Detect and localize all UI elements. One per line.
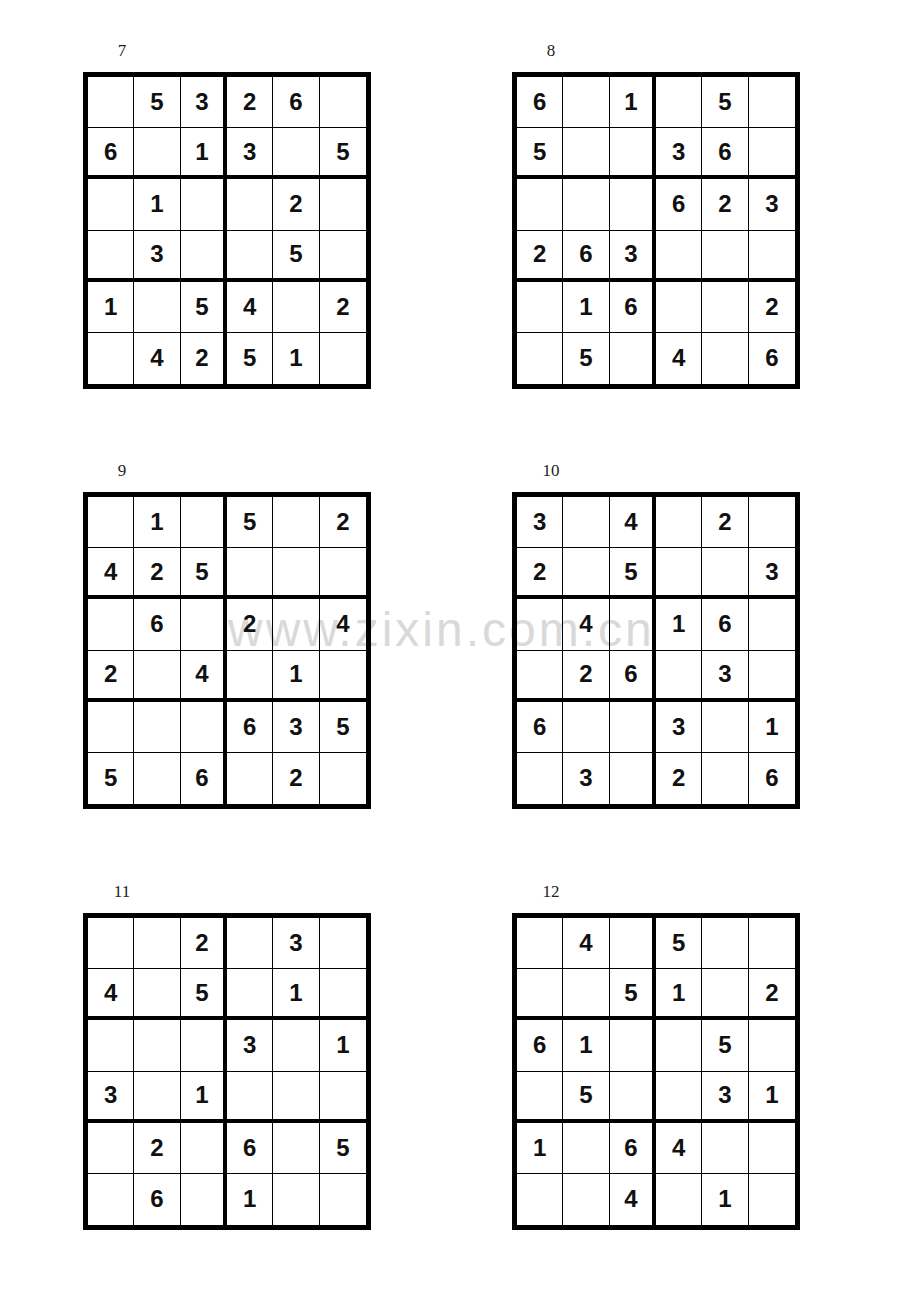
cell-r6c6: 6 bbox=[749, 753, 795, 804]
cell-r4c4[interactable] bbox=[227, 1072, 273, 1123]
cell-r3c6: 4 bbox=[320, 599, 366, 650]
cell-r2c6[interactable] bbox=[320, 969, 366, 1020]
cell-r6c6[interactable] bbox=[749, 1174, 795, 1225]
sudoku-board-11: 23451313126561 bbox=[83, 913, 371, 1230]
cell-r5c6: 5 bbox=[320, 1123, 366, 1174]
puzzle-label: 8 bbox=[531, 41, 571, 61]
cell-r6c2: 4 bbox=[134, 333, 180, 384]
cell-r6c1[interactable] bbox=[517, 333, 563, 384]
cell-r2c5[interactable] bbox=[273, 548, 319, 599]
cell-r5c4: 4 bbox=[656, 1123, 702, 1174]
cell-r1c4: 5 bbox=[656, 918, 702, 969]
cell-r4c2: 2 bbox=[563, 651, 609, 702]
cell-r1c5: 3 bbox=[273, 918, 319, 969]
cell-r3c5: 6 bbox=[702, 599, 748, 650]
cell-r3c1[interactable] bbox=[517, 599, 563, 650]
cell-r5c3: 6 bbox=[610, 1123, 656, 1174]
cell-r2c6: 3 bbox=[749, 548, 795, 599]
cell-r6c3[interactable] bbox=[610, 753, 656, 804]
cell-r3c4[interactable] bbox=[656, 1020, 702, 1071]
cell-r6c3: 2 bbox=[181, 333, 227, 384]
cell-r1c2[interactable] bbox=[134, 918, 180, 969]
cell-r5c6: 2 bbox=[320, 282, 366, 333]
cell-r3c1[interactable] bbox=[88, 179, 134, 230]
cell-r2c3: 5 bbox=[610, 969, 656, 1020]
cell-r5c1[interactable] bbox=[517, 282, 563, 333]
cell-r2c4[interactable] bbox=[227, 548, 273, 599]
cell-r4c3: 4 bbox=[181, 651, 227, 702]
cell-r1c1[interactable] bbox=[88, 918, 134, 969]
cell-r6c5[interactable] bbox=[273, 1174, 319, 1225]
cell-r2c2: 2 bbox=[134, 548, 180, 599]
cell-r3c5: 2 bbox=[273, 179, 319, 230]
cell-r4c1[interactable] bbox=[517, 1072, 563, 1123]
cell-r2c3[interactable] bbox=[610, 128, 656, 179]
cell-r3c3[interactable] bbox=[181, 599, 227, 650]
cell-r6c1[interactable] bbox=[88, 333, 134, 384]
sudoku-board-10: 342253416263631326 bbox=[512, 492, 800, 809]
cell-r4c6[interactable] bbox=[320, 231, 366, 282]
cell-r1c2: 5 bbox=[134, 77, 180, 128]
cell-r1c5: 5 bbox=[702, 77, 748, 128]
cell-r6c2: 6 bbox=[134, 1174, 180, 1225]
cell-r6c1[interactable] bbox=[517, 753, 563, 804]
cell-r6c5: 1 bbox=[273, 333, 319, 384]
cell-r1c4: 2 bbox=[227, 77, 273, 128]
cell-r3c6[interactable] bbox=[749, 1020, 795, 1071]
cell-r3c3[interactable] bbox=[181, 1020, 227, 1071]
cell-r4c3: 3 bbox=[610, 231, 656, 282]
cell-r5c4: 3 bbox=[656, 702, 702, 753]
cell-r2c3: 5 bbox=[181, 969, 227, 1020]
puzzle-8: 8 615536623263162546 bbox=[512, 72, 800, 389]
cell-r6c2[interactable] bbox=[563, 1174, 609, 1225]
puzzle-7: 7 53266135123515424251 bbox=[83, 72, 371, 389]
sudoku-board-9: 152425624241635562 bbox=[83, 492, 371, 809]
cell-r2c6[interactable] bbox=[320, 548, 366, 599]
cell-r3c1: 6 bbox=[517, 1020, 563, 1071]
cell-r2c1: 6 bbox=[88, 128, 134, 179]
cell-r1c4[interactable] bbox=[656, 77, 702, 128]
cell-r3c3[interactable] bbox=[610, 1020, 656, 1071]
cell-r5c5[interactable] bbox=[702, 282, 748, 333]
cell-r2c4: 3 bbox=[227, 128, 273, 179]
cell-r1c2[interactable] bbox=[563, 497, 609, 548]
cell-r1c5: 6 bbox=[273, 77, 319, 128]
cell-r6c6[interactable] bbox=[320, 333, 366, 384]
cell-r1c2[interactable] bbox=[563, 77, 609, 128]
cell-r2c5[interactable] bbox=[702, 969, 748, 1020]
cell-r5c6[interactable] bbox=[749, 1123, 795, 1174]
cell-r2c4: 1 bbox=[656, 969, 702, 1020]
cell-r6c5[interactable] bbox=[702, 333, 748, 384]
cell-r1c6[interactable] bbox=[320, 77, 366, 128]
cell-r3c2[interactable] bbox=[563, 179, 609, 230]
puzzle-label: 9 bbox=[102, 461, 142, 481]
cell-r1c3[interactable] bbox=[181, 497, 227, 548]
cell-r6c1: 5 bbox=[88, 753, 134, 804]
cell-r3c6: 1 bbox=[320, 1020, 366, 1071]
cell-r1c4[interactable] bbox=[227, 918, 273, 969]
cell-r4c1: 2 bbox=[88, 651, 134, 702]
cell-r2c2[interactable] bbox=[134, 969, 180, 1020]
cell-r4c3: 6 bbox=[610, 651, 656, 702]
cell-r5c2[interactable] bbox=[134, 282, 180, 333]
cell-r6c3: 6 bbox=[181, 753, 227, 804]
cell-r2c5: 6 bbox=[702, 128, 748, 179]
cell-r6c2[interactable] bbox=[134, 753, 180, 804]
cell-r2c1: 4 bbox=[88, 548, 134, 599]
cell-r3c6: 3 bbox=[749, 179, 795, 230]
cell-r2c2[interactable] bbox=[563, 128, 609, 179]
cell-r3c5: 5 bbox=[702, 1020, 748, 1071]
cell-r4c5: 3 bbox=[702, 651, 748, 702]
cell-r3c5[interactable] bbox=[273, 1020, 319, 1071]
puzzle-label: 7 bbox=[102, 41, 142, 61]
cell-r5c1[interactable] bbox=[88, 702, 134, 753]
cell-r5c1[interactable] bbox=[88, 1123, 134, 1174]
cell-r3c1[interactable] bbox=[88, 1020, 134, 1071]
cell-r4c5: 5 bbox=[273, 231, 319, 282]
cell-r2c1: 4 bbox=[88, 969, 134, 1020]
cell-r6c3: 4 bbox=[610, 1174, 656, 1225]
cell-r4c6[interactable] bbox=[749, 231, 795, 282]
cell-r4c2: 5 bbox=[563, 1072, 609, 1123]
cell-r2c5: 1 bbox=[273, 969, 319, 1020]
cell-r1c4[interactable] bbox=[656, 497, 702, 548]
cell-r5c5[interactable] bbox=[702, 702, 748, 753]
cell-r1c1[interactable] bbox=[88, 497, 134, 548]
cell-r5c5: 3 bbox=[273, 702, 319, 753]
cell-r6c6: 6 bbox=[749, 333, 795, 384]
cell-r4c4[interactable] bbox=[227, 231, 273, 282]
cell-r1c3: 4 bbox=[610, 497, 656, 548]
cell-r4c4[interactable] bbox=[227, 651, 273, 702]
cell-r3c2: 1 bbox=[563, 1020, 609, 1071]
cell-r3c6[interactable] bbox=[320, 179, 366, 230]
cell-r4c3: 1 bbox=[181, 1072, 227, 1123]
cell-r5c3[interactable] bbox=[610, 702, 656, 753]
cell-r1c4: 5 bbox=[227, 497, 273, 548]
cell-r2c2[interactable] bbox=[563, 969, 609, 1020]
cell-r2c3: 5 bbox=[181, 548, 227, 599]
cell-r5c5[interactable] bbox=[273, 282, 319, 333]
cell-r4c4[interactable] bbox=[656, 1072, 702, 1123]
sudoku-board-8: 615536623263162546 bbox=[512, 72, 800, 389]
cell-r4c6[interactable] bbox=[749, 651, 795, 702]
cell-r4c1: 3 bbox=[88, 1072, 134, 1123]
cell-r3c1[interactable] bbox=[517, 179, 563, 230]
cell-r6c4[interactable] bbox=[227, 753, 273, 804]
puzzle-label: 11 bbox=[102, 882, 142, 902]
cell-r6c4: 1 bbox=[227, 1174, 273, 1225]
cell-r3c4: 6 bbox=[656, 179, 702, 230]
cell-r3c2: 4 bbox=[563, 599, 609, 650]
cell-r5c3[interactable] bbox=[181, 702, 227, 753]
cell-r3c4: 2 bbox=[227, 599, 273, 650]
cell-r6c1[interactable] bbox=[88, 1174, 134, 1225]
cell-r6c3[interactable] bbox=[181, 1174, 227, 1225]
cell-r6c6[interactable] bbox=[320, 1174, 366, 1225]
cell-r6c5: 1 bbox=[702, 1174, 748, 1225]
cell-r5c1: 6 bbox=[517, 702, 563, 753]
cell-r3c5[interactable] bbox=[273, 599, 319, 650]
cell-r3c6[interactable] bbox=[749, 599, 795, 650]
puzzle-label: 10 bbox=[531, 461, 571, 481]
cell-r5c5[interactable] bbox=[702, 1123, 748, 1174]
cell-r1c1: 6 bbox=[517, 77, 563, 128]
cell-r3c2: 6 bbox=[134, 599, 180, 650]
cell-r5c2[interactable] bbox=[134, 702, 180, 753]
cell-r6c4: 5 bbox=[227, 333, 273, 384]
cell-r5c6: 5 bbox=[320, 702, 366, 753]
cell-r4c1: 2 bbox=[517, 231, 563, 282]
cell-r3c4: 1 bbox=[656, 599, 702, 650]
cell-r1c6: 2 bbox=[320, 497, 366, 548]
puzzle-9: 9 152425624241635562 bbox=[83, 492, 371, 809]
cell-r5c2[interactable] bbox=[563, 1123, 609, 1174]
cell-r3c3[interactable] bbox=[610, 179, 656, 230]
cell-r6c6[interactable] bbox=[320, 753, 366, 804]
cell-r3c3[interactable] bbox=[610, 599, 656, 650]
cell-r4c2[interactable] bbox=[134, 1072, 180, 1123]
cell-r1c1: 3 bbox=[517, 497, 563, 548]
puzzle-11: 11 23451313126561 bbox=[83, 913, 371, 1230]
cell-r5c5[interactable] bbox=[273, 1123, 319, 1174]
cell-r1c3: 1 bbox=[610, 77, 656, 128]
cell-r1c6[interactable] bbox=[749, 918, 795, 969]
cell-r4c1[interactable] bbox=[517, 651, 563, 702]
cell-r5c6: 2 bbox=[749, 282, 795, 333]
cell-r5c3: 6 bbox=[610, 282, 656, 333]
cell-r6c2: 3 bbox=[563, 753, 609, 804]
worksheet-page: { "game": "sudoku-6x6", "variant": "6x6 … bbox=[0, 0, 920, 1301]
cell-r5c1: 1 bbox=[517, 1123, 563, 1174]
cell-r4c4[interactable] bbox=[656, 231, 702, 282]
cell-r5c2: 2 bbox=[134, 1123, 180, 1174]
cell-r3c4[interactable] bbox=[227, 179, 273, 230]
cell-r2c4[interactable] bbox=[227, 969, 273, 1020]
cell-r1c3: 3 bbox=[181, 77, 227, 128]
cell-r6c1[interactable] bbox=[517, 1174, 563, 1225]
cell-r2c3: 1 bbox=[181, 128, 227, 179]
cell-r1c5[interactable] bbox=[702, 918, 748, 969]
cell-r5c4[interactable] bbox=[656, 282, 702, 333]
cell-r4c5[interactable] bbox=[273, 1072, 319, 1123]
cell-r4c5[interactable] bbox=[702, 231, 748, 282]
cell-r2c4[interactable] bbox=[656, 548, 702, 599]
cell-r2c5[interactable] bbox=[702, 548, 748, 599]
cell-r6c3[interactable] bbox=[610, 333, 656, 384]
cell-r4c4[interactable] bbox=[656, 651, 702, 702]
cell-r2c6: 5 bbox=[320, 128, 366, 179]
cell-r3c2[interactable] bbox=[134, 1020, 180, 1071]
sudoku-board-7: 53266135123515424251 bbox=[83, 72, 371, 389]
cell-r5c2[interactable] bbox=[563, 702, 609, 753]
cell-r3c1[interactable] bbox=[88, 599, 134, 650]
cell-r2c1: 2 bbox=[517, 548, 563, 599]
cell-r4c2[interactable] bbox=[134, 651, 180, 702]
cell-r3c4: 3 bbox=[227, 1020, 273, 1071]
cell-r2c2[interactable] bbox=[563, 548, 609, 599]
cell-r1c6[interactable] bbox=[320, 918, 366, 969]
cell-r1c1[interactable] bbox=[88, 77, 134, 128]
cell-r4c6[interactable] bbox=[320, 1072, 366, 1123]
cell-r1c6[interactable] bbox=[749, 497, 795, 548]
cell-r5c1: 1 bbox=[88, 282, 134, 333]
cell-r6c4: 2 bbox=[656, 753, 702, 804]
cell-r3c2: 1 bbox=[134, 179, 180, 230]
cell-r5c4: 6 bbox=[227, 702, 273, 753]
cell-r1c3: 2 bbox=[181, 918, 227, 969]
cell-r2c4: 3 bbox=[656, 128, 702, 179]
cell-r2c1: 5 bbox=[517, 128, 563, 179]
cell-r4c6: 1 bbox=[749, 1072, 795, 1123]
cell-r3c5: 2 bbox=[702, 179, 748, 230]
cell-r5c4: 4 bbox=[227, 282, 273, 333]
cell-r3c3[interactable] bbox=[181, 179, 227, 230]
cell-r6c2: 5 bbox=[563, 333, 609, 384]
cell-r4c1[interactable] bbox=[88, 231, 134, 282]
cell-r4c3[interactable] bbox=[181, 231, 227, 282]
cell-r2c3: 5 bbox=[610, 548, 656, 599]
cell-r6c4: 4 bbox=[656, 333, 702, 384]
cell-r5c3[interactable] bbox=[181, 1123, 227, 1174]
cell-r1c3[interactable] bbox=[610, 918, 656, 969]
cell-r1c2: 1 bbox=[134, 497, 180, 548]
cell-r6c5: 2 bbox=[273, 753, 319, 804]
cell-r4c5: 3 bbox=[702, 1072, 748, 1123]
cell-r5c6: 1 bbox=[749, 702, 795, 753]
puzzle-10: 10 342253416263631326 bbox=[512, 492, 800, 809]
cell-r1c2: 4 bbox=[563, 918, 609, 969]
cell-r2c6[interactable] bbox=[749, 128, 795, 179]
sudoku-board-12: 4551261553116441 bbox=[512, 913, 800, 1230]
cell-r2c2[interactable] bbox=[134, 128, 180, 179]
cell-r5c2: 1 bbox=[563, 282, 609, 333]
cell-r2c1[interactable] bbox=[517, 969, 563, 1020]
cell-r1c6[interactable] bbox=[749, 77, 795, 128]
cell-r4c2: 3 bbox=[134, 231, 180, 282]
cell-r2c6: 2 bbox=[749, 969, 795, 1020]
puzzle-12: 12 4551261553116441 bbox=[512, 913, 800, 1230]
cell-r4c3[interactable] bbox=[610, 1072, 656, 1123]
cell-r1c1[interactable] bbox=[517, 918, 563, 969]
cell-r5c3: 5 bbox=[181, 282, 227, 333]
cell-r6c4[interactable] bbox=[656, 1174, 702, 1225]
cell-r2c5[interactable] bbox=[273, 128, 319, 179]
cell-r1c5: 2 bbox=[702, 497, 748, 548]
cell-r1c5[interactable] bbox=[273, 497, 319, 548]
puzzle-label: 12 bbox=[531, 882, 571, 902]
cell-r4c5: 1 bbox=[273, 651, 319, 702]
cell-r4c2: 6 bbox=[563, 231, 609, 282]
cell-r5c4: 6 bbox=[227, 1123, 273, 1174]
cell-r4c6[interactable] bbox=[320, 651, 366, 702]
cell-r6c5[interactable] bbox=[702, 753, 748, 804]
